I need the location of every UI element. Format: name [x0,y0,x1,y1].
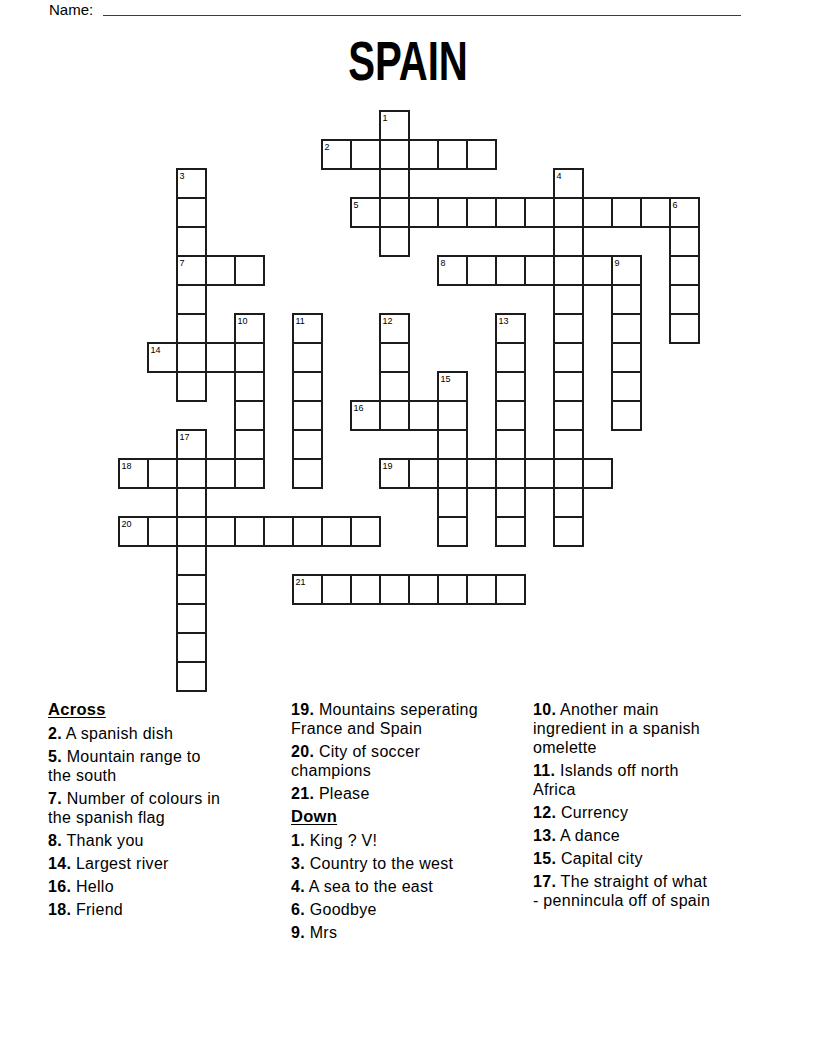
grid-cell[interactable] [669,284,700,315]
cell-number: 13 [499,316,509,326]
grid-cell[interactable] [379,168,410,199]
grid-cell[interactable] [176,371,207,402]
cell-number: 5 [354,200,359,210]
grid-cell[interactable] [379,342,410,373]
grid-cell[interactable] [234,371,265,402]
grid-cell[interactable] [524,197,555,228]
grid-cell[interactable] [524,458,555,489]
puzzle-title: SPAIN [110,38,706,84]
grid-cell[interactable]: 10 [234,313,265,344]
clue-item-10: 10. Another main ingredient in a spanish… [533,700,785,757]
grid-cell[interactable] [176,284,207,315]
grid-cell[interactable] [611,342,642,373]
grid-cell[interactable]: 16 [350,400,381,431]
grid-cell[interactable] [553,342,584,373]
crossword-grid: 123456789101112131415161718192021 [118,110,700,692]
grid-cell[interactable] [147,516,178,547]
grid-cell[interactable] [176,603,207,634]
grid-cell[interactable] [176,632,207,663]
clue-item-20: 20. City of soccer champions [291,742,531,780]
grid-cell[interactable] [379,226,410,257]
clue-item-17: 17. The straight of what - pennincula of… [533,872,785,910]
grid-cell[interactable]: 6 [669,197,700,228]
grid-cell[interactable] [176,661,207,692]
cell-number: 11 [296,316,305,326]
grid-cell[interactable] [147,458,178,489]
clue-item-16: 16. Hello [48,877,290,896]
grid-cell[interactable] [408,458,439,489]
grid-cell[interactable] [408,139,439,170]
grid-cell[interactable] [176,487,207,518]
cell-number: 12 [383,316,393,326]
clue-item-8: 8. Thank you [48,831,290,850]
clue-number: 13. [533,827,556,844]
grid-cell[interactable] [495,487,526,518]
grid-cell[interactable] [553,313,584,344]
cell-number: 9 [615,258,620,268]
grid-cell[interactable]: 7 [176,255,207,286]
grid-cell[interactable] [292,342,323,373]
grid-cell[interactable] [495,255,526,286]
grid-cell[interactable] [611,197,642,228]
cell-number: 18 [122,461,132,471]
grid-cell[interactable] [234,516,265,547]
grid-cell[interactable] [669,255,700,286]
grid-cell[interactable]: 15 [437,371,468,402]
grid-cell[interactable] [553,226,584,257]
grid-cell[interactable] [234,429,265,460]
grid-cell[interactable]: 12 [379,313,410,344]
grid-cell[interactable] [582,458,613,489]
cell-number: 16 [354,403,364,413]
cell-number: 6 [673,200,678,210]
clue-item-1: 1. King ? V! [291,831,531,850]
cell-number: 20 [122,519,132,529]
grid-cell[interactable]: 14 [147,342,178,373]
cell-number: 10 [238,316,248,326]
clue-number: 17. [533,873,556,890]
grid-cell[interactable] [292,458,323,489]
clue-item-14: 14. Largest river [48,854,290,873]
grid-cell[interactable]: 9 [611,255,642,286]
grid-cell[interactable] [611,313,642,344]
cell-number: 2 [325,142,330,152]
grid-cell[interactable] [292,400,323,431]
grid-cell[interactable] [350,574,381,605]
grid-cell[interactable] [611,400,642,431]
grid-cell[interactable] [292,371,323,402]
clue-number: 12. [533,804,556,821]
clue-number: 20. [291,743,314,760]
cell-number: 4 [557,171,562,181]
grid-cell[interactable]: 1 [379,110,410,141]
grid-cell[interactable] [205,342,236,373]
cell-number: 15 [441,374,451,384]
clue-number: 8. [48,832,62,849]
grid-cell[interactable] [437,400,468,431]
grid-cell[interactable] [176,545,207,576]
grid-cell[interactable] [553,458,584,489]
grid-cell[interactable] [292,429,323,460]
grid-cell[interactable]: 17 [176,429,207,460]
grid-cell[interactable] [379,371,410,402]
clue-number: 10. [533,701,556,718]
cell-number: 19 [383,461,393,471]
grid-cell[interactable] [379,139,410,170]
grid-cell[interactable]: 11 [292,313,323,344]
grid-cell[interactable] [176,516,207,547]
cell-number: 7 [180,258,185,268]
grid-cell[interactable] [524,255,555,286]
grid-cell[interactable] [553,487,584,518]
clue-number: 21. [291,785,314,802]
grid-cell[interactable] [437,458,468,489]
grid-cell[interactable] [553,197,584,228]
grid-cell[interactable] [495,429,526,460]
clue-number: 14. [48,855,71,872]
grid-cell[interactable] [379,400,410,431]
clue-item-11: 11. Islands off north Africa [533,761,785,799]
cell-number: 1 [383,113,388,123]
cell-number: 8 [441,258,446,268]
grid-cell[interactable] [466,139,497,170]
cell-number: 21 [296,577,306,587]
grid-cell[interactable] [582,255,613,286]
clue-number: 15. [533,850,556,867]
grid-cell[interactable]: 18 [118,458,149,489]
grid-cell[interactable] [234,342,265,373]
clues-down-header: Down [291,807,531,826]
clue-number: 9. [291,924,305,941]
grid-cell[interactable] [437,574,468,605]
grid-cell[interactable] [669,226,700,257]
grid-cell[interactable] [553,371,584,402]
grid-cell[interactable] [176,313,207,344]
grid-cell[interactable] [408,400,439,431]
clue-item-7: 7. Number of colours in the spanish flag [48,789,290,827]
grid-cell[interactable] [205,516,236,547]
clue-item-9: 9. Mrs [291,923,531,942]
clue-number: 1. [291,832,305,849]
grid-cell[interactable] [205,458,236,489]
clues-column-2: 19. Mountains seperating France and Spai… [291,700,531,946]
grid-cell[interactable]: 19 [379,458,410,489]
grid-cell[interactable] [176,342,207,373]
grid-cell[interactable] [176,574,207,605]
clue-item-19: 19. Mountains seperating France and Spai… [291,700,531,738]
grid-cell[interactable] [234,400,265,431]
grid-cell[interactable]: 8 [437,255,468,286]
grid-cell[interactable] [553,429,584,460]
grid-cell[interactable] [437,429,468,460]
clue-item-15: 15. Capital city [533,849,785,868]
clue-number: 18. [48,901,71,918]
grid-cell[interactable] [234,255,265,286]
clues-column-1: Across2. A spanish dish5. Mountain range… [48,700,290,923]
grid-cell[interactable] [495,400,526,431]
grid-cell[interactable] [466,458,497,489]
grid-cell[interactable] [466,255,497,286]
grid-cell[interactable]: 3 [176,168,207,199]
grid-cell[interactable] [611,371,642,402]
clue-number: 16. [48,878,71,895]
grid-cell[interactable] [553,516,584,547]
grid-cell[interactable] [553,400,584,431]
grid-cell[interactable] [553,255,584,286]
grid-cell[interactable] [611,284,642,315]
grid-cell[interactable] [379,197,410,228]
clue-item-21: 21. Please [291,784,531,803]
grid-cell[interactable] [466,574,497,605]
grid-cell[interactable] [379,574,410,605]
clue-number: 6. [291,901,305,918]
grid-cell[interactable]: 2 [321,139,352,170]
clue-number: 2. [48,725,62,742]
clue-item-5: 5. Mountain range to the south [48,747,290,785]
grid-cell[interactable] [408,574,439,605]
clue-item-3: 3. Country to the west [291,854,531,873]
cell-number: 14 [151,345,161,355]
clue-number: 7. [48,790,62,807]
grid-cell[interactable] [466,197,497,228]
grid-cell[interactable]: 13 [495,313,526,344]
grid-cell[interactable] [495,342,526,373]
grid-cell[interactable] [495,516,526,547]
grid-cell[interactable] [437,516,468,547]
grid-cell[interactable] [582,197,613,228]
grid-cell[interactable] [437,487,468,518]
grid-cell[interactable] [234,458,265,489]
clue-number: 5. [48,748,62,765]
grid-cell[interactable] [408,197,439,228]
grid-cell[interactable]: 20 [118,516,149,547]
clue-number: 11. [533,762,555,779]
grid-cell[interactable] [321,516,352,547]
cell-number: 3 [180,171,185,181]
grid-cell[interactable]: 21 [292,574,323,605]
grid-cell[interactable] [176,226,207,257]
grid-cell[interactable] [292,516,323,547]
clues-across-header: Across [48,700,290,719]
name-blank-line [103,0,741,16]
grid-cell[interactable] [437,197,468,228]
grid-cell[interactable] [205,255,236,286]
clue-item-12: 12. Currency [533,803,785,822]
clue-item-18: 18. Friend [48,900,290,919]
name-label: Name: [49,1,93,18]
clue-item-13: 13. A dance [533,826,785,845]
grid-cell[interactable] [350,139,381,170]
grid-cell[interactable] [553,284,584,315]
grid-cell[interactable] [437,139,468,170]
clue-item-4: 4. A sea to the east [291,877,531,896]
grid-cell[interactable] [495,458,526,489]
grid-cell[interactable] [176,197,207,228]
grid-cell[interactable]: 5 [350,197,381,228]
grid-cell[interactable] [176,458,207,489]
grid-cell[interactable] [669,313,700,344]
grid-cell[interactable] [495,197,526,228]
cell-number: 17 [180,432,190,442]
grid-cell[interactable] [495,371,526,402]
grid-cell[interactable]: 4 [553,168,584,199]
grid-cell[interactable] [263,516,294,547]
clue-number: 19. [291,701,314,718]
clue-number: 3. [291,855,305,872]
clue-item-2: 2. A spanish dish [48,724,290,743]
clues-column-3: 10. Another main ingredient in a spanish… [533,700,785,914]
grid-cell[interactable] [640,197,671,228]
clue-item-6: 6. Goodbye [291,900,531,919]
clue-number: 4. [291,878,305,895]
grid-cell[interactable] [321,574,352,605]
grid-cell[interactable] [495,574,526,605]
grid-cell[interactable] [350,516,381,547]
